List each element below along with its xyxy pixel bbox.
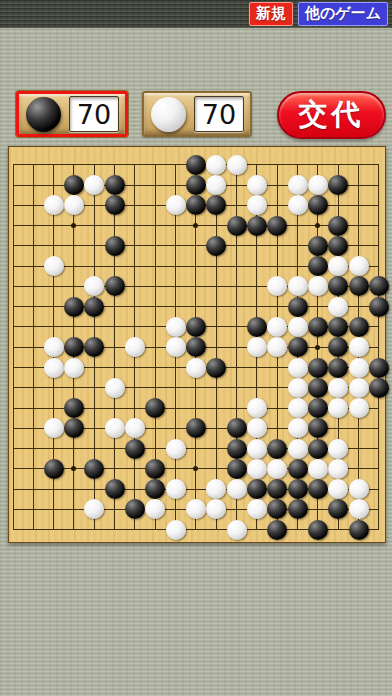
black-stone[interactable]	[64, 418, 84, 438]
white-stone[interactable]	[44, 337, 64, 357]
white-stone[interactable]	[44, 256, 64, 276]
white-stone[interactable]	[105, 418, 125, 438]
black-stone[interactable]	[267, 216, 287, 236]
white-stone-icon	[151, 97, 186, 132]
black-stone[interactable]	[308, 378, 328, 398]
white-stone[interactable]	[44, 195, 64, 215]
black-stone[interactable]	[105, 195, 125, 215]
grid-line	[216, 164, 217, 530]
white-stone[interactable]	[206, 175, 226, 195]
black-stone[interactable]	[227, 216, 247, 236]
white-stone[interactable]	[247, 337, 267, 357]
white-stone[interactable]	[64, 358, 84, 378]
black-stone[interactable]	[288, 297, 308, 317]
black-stone[interactable]	[84, 337, 104, 357]
white-stone[interactable]	[288, 175, 308, 195]
black-stone[interactable]	[247, 479, 267, 499]
black-stone[interactable]	[308, 256, 328, 276]
black-stone[interactable]	[186, 155, 206, 175]
other-games-button[interactable]: 他のゲーム	[298, 2, 388, 26]
white-stone[interactable]	[328, 439, 348, 459]
white-stone[interactable]	[227, 155, 247, 175]
black-stone[interactable]	[308, 236, 328, 256]
white-stone[interactable]	[84, 499, 104, 519]
black-stone[interactable]	[328, 317, 348, 337]
new-game-button[interactable]: 新規	[249, 2, 293, 26]
white-stone[interactable]	[247, 459, 267, 479]
black-stone[interactable]	[84, 297, 104, 317]
black-stone[interactable]	[288, 337, 308, 357]
black-stone[interactable]	[206, 195, 226, 215]
white-stone[interactable]	[247, 439, 267, 459]
white-stone[interactable]	[328, 459, 348, 479]
black-stone[interactable]	[308, 195, 328, 215]
white-stone[interactable]	[288, 418, 308, 438]
black-stone[interactable]	[145, 479, 165, 499]
go-board[interactable]	[8, 146, 386, 543]
white-stone[interactable]	[186, 358, 206, 378]
top-bar: 新規 他のゲーム	[0, 0, 392, 28]
black-stone[interactable]	[267, 499, 287, 519]
grid-line	[378, 164, 379, 530]
black-stone[interactable]	[328, 276, 348, 296]
white-stone[interactable]	[206, 155, 226, 175]
white-stone[interactable]	[288, 195, 308, 215]
white-stone[interactable]	[288, 378, 308, 398]
black-stone[interactable]	[369, 378, 389, 398]
black-stone[interactable]	[227, 439, 247, 459]
black-stone[interactable]	[328, 216, 348, 236]
black-stone[interactable]	[64, 297, 84, 317]
black-stone[interactable]	[308, 398, 328, 418]
black-stone[interactable]	[328, 236, 348, 256]
white-stone[interactable]	[44, 358, 64, 378]
black-stone[interactable]	[288, 459, 308, 479]
white-stone[interactable]	[267, 337, 287, 357]
white-stone[interactable]	[44, 418, 64, 438]
white-stone[interactable]	[145, 499, 165, 519]
white-stone[interactable]	[349, 378, 369, 398]
black-stone[interactable]	[369, 358, 389, 378]
black-stone[interactable]	[64, 337, 84, 357]
star-point	[315, 223, 320, 228]
white-stone[interactable]	[247, 499, 267, 519]
black-count: 70	[69, 96, 119, 132]
black-stone[interactable]	[186, 418, 206, 438]
black-stone[interactable]	[247, 216, 267, 236]
white-stone[interactable]	[166, 520, 186, 540]
white-stone[interactable]	[84, 175, 104, 195]
black-stone[interactable]	[369, 297, 389, 317]
white-stone[interactable]	[288, 358, 308, 378]
black-stone[interactable]	[308, 520, 328, 540]
black-stone[interactable]	[288, 499, 308, 519]
black-stone[interactable]	[186, 337, 206, 357]
white-stone[interactable]	[328, 256, 348, 276]
white-stone[interactable]	[328, 297, 348, 317]
white-stone[interactable]	[186, 499, 206, 519]
white-stone[interactable]	[308, 459, 328, 479]
white-stone[interactable]	[328, 378, 348, 398]
white-stone[interactable]	[247, 175, 267, 195]
black-stone[interactable]	[206, 236, 226, 256]
star-point	[193, 466, 198, 471]
black-stone[interactable]	[267, 479, 287, 499]
white-stone[interactable]	[247, 418, 267, 438]
white-stone[interactable]	[267, 276, 287, 296]
white-stone[interactable]	[308, 175, 328, 195]
black-capture-counter: 70	[16, 91, 128, 137]
white-stone[interactable]	[206, 479, 226, 499]
white-stone[interactable]	[349, 479, 369, 499]
white-stone[interactable]	[288, 439, 308, 459]
white-stone[interactable]	[84, 276, 104, 296]
white-capture-counter: 70	[142, 91, 252, 137]
black-stone[interactable]	[64, 398, 84, 418]
white-stone[interactable]	[125, 337, 145, 357]
swap-turn-button[interactable]: 交代	[277, 91, 386, 139]
black-stone[interactable]	[227, 418, 247, 438]
white-stone[interactable]	[125, 418, 145, 438]
white-stone[interactable]	[328, 398, 348, 418]
white-stone[interactable]	[288, 398, 308, 418]
white-stone[interactable]	[267, 317, 287, 337]
white-stone[interactable]	[349, 499, 369, 519]
white-stone[interactable]	[166, 439, 186, 459]
black-stone[interactable]	[267, 520, 287, 540]
white-stone[interactable]	[349, 337, 369, 357]
black-stone[interactable]	[308, 479, 328, 499]
white-stone[interactable]	[349, 358, 369, 378]
black-stone[interactable]	[125, 439, 145, 459]
black-stone[interactable]	[105, 236, 125, 256]
black-stone[interactable]	[206, 358, 226, 378]
star-point	[315, 345, 320, 350]
white-stone[interactable]	[206, 499, 226, 519]
black-stone[interactable]	[328, 499, 348, 519]
white-stone[interactable]	[166, 337, 186, 357]
white-stone[interactable]	[288, 276, 308, 296]
white-stone[interactable]	[166, 317, 186, 337]
white-stone[interactable]	[349, 398, 369, 418]
black-stone[interactable]	[105, 175, 125, 195]
star-point	[71, 466, 76, 471]
white-stone[interactable]	[166, 195, 186, 215]
black-stone[interactable]	[84, 459, 104, 479]
black-stone[interactable]	[247, 317, 267, 337]
black-stone[interactable]	[328, 358, 348, 378]
white-stone[interactable]	[267, 459, 287, 479]
black-stone[interactable]	[186, 195, 206, 215]
black-stone[interactable]	[349, 276, 369, 296]
white-stone[interactable]	[64, 195, 84, 215]
black-stone[interactable]	[145, 398, 165, 418]
black-stone[interactable]	[227, 459, 247, 479]
black-stone[interactable]	[145, 459, 165, 479]
star-point	[71, 223, 76, 228]
black-stone[interactable]	[186, 175, 206, 195]
black-stone[interactable]	[105, 276, 125, 296]
white-stone[interactable]	[308, 276, 328, 296]
white-stone[interactable]	[247, 195, 267, 215]
star-point	[193, 223, 198, 228]
black-stone-icon	[26, 97, 61, 132]
black-stone[interactable]	[105, 479, 125, 499]
white-count: 70	[194, 96, 244, 132]
black-stone[interactable]	[349, 520, 369, 540]
white-stone[interactable]	[227, 520, 247, 540]
black-stone[interactable]	[308, 418, 328, 438]
white-stone[interactable]	[247, 398, 267, 418]
black-stone[interactable]	[369, 276, 389, 296]
white-stone[interactable]	[328, 479, 348, 499]
black-stone[interactable]	[308, 317, 328, 337]
black-stone[interactable]	[308, 439, 328, 459]
black-stone[interactable]	[186, 317, 206, 337]
white-stone[interactable]	[105, 378, 125, 398]
black-stone[interactable]	[328, 337, 348, 357]
black-stone[interactable]	[328, 175, 348, 195]
black-stone[interactable]	[125, 499, 145, 519]
black-stone[interactable]	[267, 439, 287, 459]
black-stone[interactable]	[288, 479, 308, 499]
white-stone[interactable]	[349, 256, 369, 276]
white-stone[interactable]	[166, 479, 186, 499]
white-stone[interactable]	[227, 479, 247, 499]
black-stone[interactable]	[64, 175, 84, 195]
white-stone[interactable]	[288, 317, 308, 337]
black-stone[interactable]	[349, 317, 369, 337]
black-stone[interactable]	[44, 459, 64, 479]
black-stone[interactable]	[308, 358, 328, 378]
